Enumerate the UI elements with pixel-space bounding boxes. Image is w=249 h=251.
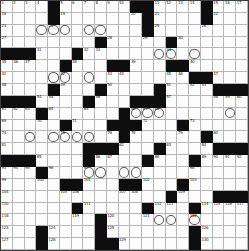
cell-15-0[interactable]: 99 bbox=[1, 179, 13, 191]
cell-3-6[interactable] bbox=[72, 37, 84, 49]
cell-16-2[interactable] bbox=[25, 191, 37, 203]
cell-1-13[interactable]: 21 bbox=[154, 13, 166, 25]
cell-2-10[interactable] bbox=[119, 25, 131, 37]
cell-1-10[interactable] bbox=[119, 13, 131, 25]
cell-17-18[interactable]: 115 bbox=[213, 203, 225, 215]
cell-0-3[interactable]: 4 bbox=[36, 1, 48, 13]
cell-7-0[interactable]: 48 bbox=[1, 84, 13, 96]
cell-6-3[interactable] bbox=[36, 72, 48, 84]
cell-19-15[interactable] bbox=[177, 226, 189, 238]
cell-19-4[interactable]: 124 bbox=[48, 226, 60, 238]
cell-6-15[interactable]: 46 bbox=[177, 72, 189, 84]
cell-9-14[interactable] bbox=[166, 108, 178, 120]
cell-18-0[interactable]: 118 bbox=[1, 214, 13, 226]
cell-3-16[interactable] bbox=[189, 37, 201, 49]
cell-19-12[interactable] bbox=[142, 226, 154, 238]
cell-0-0[interactable]: 1 bbox=[1, 1, 13, 13]
cell-6-7[interactable] bbox=[83, 72, 95, 84]
cell-13-10[interactable] bbox=[119, 155, 131, 167]
cell-5-1[interactable]: 36 bbox=[13, 60, 25, 72]
cell-10-6[interactable]: 71 bbox=[72, 120, 84, 132]
cell-0-15[interactable]: 13 bbox=[177, 1, 189, 13]
cell-1-7[interactable] bbox=[83, 13, 95, 25]
cell-3-12[interactable]: 29 bbox=[142, 37, 154, 49]
cell-10-20[interactable] bbox=[236, 120, 248, 132]
cell-16-13[interactable] bbox=[154, 191, 166, 203]
cell-3-13[interactable] bbox=[154, 37, 166, 49]
cell-5-19[interactable] bbox=[224, 60, 236, 72]
cell-13-17[interactable]: 89 bbox=[201, 155, 213, 167]
cell-9-16[interactable] bbox=[189, 108, 201, 120]
cell-14-20[interactable] bbox=[236, 167, 248, 179]
cell-11-11[interactable]: 78 bbox=[130, 131, 142, 143]
cell-2-5[interactable] bbox=[60, 25, 72, 37]
cell-1-11[interactable]: 20 bbox=[130, 13, 142, 25]
cell-8-19[interactable]: 59 bbox=[224, 96, 236, 108]
cell-20-4[interactable]: 128 bbox=[48, 238, 60, 250]
cell-18-14[interactable] bbox=[166, 214, 178, 226]
cell-15-3[interactable]: 100 bbox=[36, 179, 48, 191]
cell-13-8[interactable]: 86 bbox=[95, 155, 107, 167]
cell-10-4[interactable] bbox=[48, 120, 60, 132]
cell-20-13[interactable] bbox=[154, 238, 166, 250]
cell-9-2[interactable]: 63 bbox=[25, 108, 37, 120]
cell-17-5[interactable] bbox=[60, 203, 72, 215]
cell-11-18[interactable]: 80 bbox=[213, 131, 225, 143]
cell-14-19[interactable] bbox=[224, 167, 236, 179]
cell-9-0[interactable]: 61 bbox=[1, 108, 13, 120]
cell-0-1[interactable]: 2 bbox=[13, 1, 25, 13]
cell-17-14[interactable]: 113 bbox=[166, 203, 178, 215]
cell-17-9[interactable] bbox=[107, 203, 119, 215]
cell-1-19[interactable] bbox=[224, 13, 236, 25]
cell-17-7[interactable]: 111 bbox=[83, 203, 95, 215]
cell-15-18[interactable] bbox=[213, 179, 225, 191]
cell-2-15[interactable] bbox=[177, 25, 189, 37]
cell-6-18[interactable]: 47 bbox=[213, 72, 225, 84]
cell-3-1[interactable] bbox=[13, 37, 25, 49]
cell-4-19[interactable] bbox=[224, 48, 236, 60]
cell-4-3[interactable]: 31 bbox=[36, 48, 48, 60]
cell-20-7[interactable] bbox=[83, 238, 95, 250]
cell-3-10[interactable] bbox=[119, 37, 131, 49]
cell-15-16[interactable]: 103 bbox=[189, 179, 201, 191]
cell-6-20[interactable] bbox=[236, 72, 248, 84]
cell-2-2[interactable] bbox=[25, 25, 37, 37]
cell-8-3[interactable]: 54 bbox=[36, 96, 48, 108]
cell-11-1[interactable] bbox=[13, 131, 25, 143]
cell-2-20[interactable] bbox=[236, 25, 248, 37]
cell-0-18[interactable]: 15 bbox=[213, 1, 225, 13]
cell-19-19[interactable] bbox=[224, 226, 236, 238]
cell-14-11[interactable] bbox=[130, 167, 142, 179]
cell-13-19[interactable]: 91 bbox=[224, 155, 236, 167]
cell-1-1[interactable] bbox=[13, 13, 25, 25]
cell-4-17[interactable] bbox=[201, 48, 213, 60]
cell-5-18[interactable] bbox=[213, 60, 225, 72]
cell-4-10[interactable] bbox=[119, 48, 131, 60]
cell-10-14[interactable] bbox=[166, 120, 178, 132]
cell-10-1[interactable] bbox=[13, 120, 25, 132]
cell-1-18[interactable]: 22 bbox=[213, 13, 225, 25]
cell-16-1[interactable] bbox=[13, 191, 25, 203]
cell-14-0[interactable]: 93 bbox=[1, 167, 13, 179]
cell-19-14[interactable] bbox=[166, 226, 178, 238]
cell-20-0[interactable]: 127 bbox=[1, 238, 13, 250]
cell-20-6[interactable] bbox=[72, 238, 84, 250]
cell-7-9[interactable]: 50 bbox=[107, 84, 119, 96]
cell-5-6[interactable]: 38 bbox=[72, 60, 84, 72]
cell-16-15[interactable]: 109 bbox=[177, 191, 189, 203]
cell-7-15[interactable] bbox=[177, 84, 189, 96]
cell-7-14[interactable]: 51 bbox=[166, 84, 178, 96]
cell-20-1[interactable] bbox=[13, 238, 25, 250]
cell-8-4[interactable]: 55 bbox=[48, 96, 60, 108]
cell-20-2[interactable] bbox=[25, 238, 37, 250]
cell-15-20[interactable] bbox=[236, 179, 248, 191]
cell-3-3[interactable] bbox=[36, 37, 48, 49]
cell-2-18[interactable] bbox=[213, 25, 225, 37]
cell-7-17[interactable]: 53 bbox=[201, 84, 213, 96]
cell-3-18[interactable] bbox=[213, 37, 225, 49]
cell-19-2[interactable] bbox=[25, 226, 37, 238]
cell-18-3[interactable] bbox=[36, 214, 48, 226]
cell-8-17[interactable] bbox=[201, 96, 213, 108]
cell-15-1[interactable] bbox=[13, 179, 25, 191]
cell-19-13[interactable] bbox=[154, 226, 166, 238]
cell-8-20[interactable]: 60 bbox=[236, 96, 248, 108]
cell-5-3[interactable] bbox=[36, 60, 48, 72]
cell-15-14[interactable] bbox=[166, 179, 178, 191]
cell-8-14[interactable]: 57 bbox=[166, 96, 178, 108]
cell-19-0[interactable]: 123 bbox=[1, 226, 13, 238]
cell-15-4[interactable] bbox=[48, 179, 60, 191]
cell-8-9[interactable] bbox=[107, 96, 119, 108]
cell-3-11[interactable] bbox=[130, 37, 142, 49]
cell-6-6[interactable] bbox=[72, 72, 84, 84]
cell-3-17[interactable] bbox=[201, 37, 213, 49]
cell-17-2[interactable] bbox=[25, 203, 37, 215]
cell-16-3[interactable] bbox=[36, 191, 48, 203]
cell-10-12[interactable]: 72 bbox=[142, 120, 154, 132]
cell-11-0[interactable]: 74 bbox=[1, 131, 13, 143]
cell-0-14[interactable]: 12 bbox=[166, 1, 178, 13]
cell-14-6[interactable] bbox=[72, 167, 84, 179]
cell-0-10[interactable]: 10 bbox=[119, 1, 131, 13]
cell-9-7[interactable]: 65 bbox=[83, 108, 95, 120]
cell-9-4[interactable]: 64 bbox=[48, 108, 60, 120]
cell-5-0[interactable]: 35 bbox=[1, 60, 13, 72]
cell-7-6[interactable] bbox=[72, 84, 84, 96]
cell-19-10[interactable] bbox=[119, 226, 131, 238]
cell-5-13[interactable] bbox=[154, 60, 166, 72]
cell-6-19[interactable] bbox=[224, 72, 236, 84]
cell-13-20[interactable]: 92 bbox=[236, 155, 248, 167]
cell-8-18[interactable]: 58 bbox=[213, 96, 225, 108]
cell-15-17[interactable] bbox=[201, 179, 213, 191]
cell-8-16[interactable] bbox=[189, 96, 201, 108]
cell-3-19[interactable] bbox=[224, 37, 236, 49]
cell-5-8[interactable] bbox=[95, 60, 107, 72]
cell-18-10[interactable] bbox=[119, 214, 131, 226]
cell-18-4[interactable] bbox=[48, 214, 60, 226]
cell-17-4[interactable] bbox=[48, 203, 60, 215]
cell-15-7[interactable]: 101 bbox=[83, 179, 95, 191]
cell-15-9[interactable] bbox=[107, 179, 119, 191]
cell-10-13[interactable] bbox=[154, 120, 166, 132]
cell-12-2[interactable] bbox=[25, 143, 37, 155]
cell-0-13[interactable]: 11 bbox=[154, 1, 166, 13]
cell-15-19[interactable] bbox=[224, 179, 236, 191]
cell-14-15[interactable] bbox=[177, 167, 189, 179]
cell-13-14[interactable] bbox=[166, 155, 178, 167]
cell-7-7[interactable] bbox=[83, 84, 95, 96]
cell-7-11[interactable] bbox=[130, 84, 142, 96]
cell-10-0[interactable]: 69 bbox=[1, 120, 13, 132]
cell-5-20[interactable] bbox=[236, 60, 248, 72]
cell-3-0[interactable]: 27 bbox=[1, 37, 13, 49]
cell-17-17[interactable]: 114 bbox=[201, 203, 213, 215]
cell-13-13[interactable]: 88 bbox=[154, 155, 166, 167]
cell-0-2[interactable]: 3 bbox=[25, 1, 37, 13]
cell-2-19[interactable] bbox=[224, 25, 236, 37]
cell-17-13[interactable]: 112 bbox=[154, 203, 166, 215]
cell-10-2[interactable] bbox=[25, 120, 37, 132]
cell-4-16[interactable] bbox=[189, 48, 201, 60]
cell-20-17[interactable]: 130 bbox=[201, 238, 213, 250]
cell-14-10[interactable] bbox=[119, 167, 131, 179]
cell-5-16[interactable]: 40 bbox=[189, 60, 201, 72]
cell-11-2[interactable] bbox=[25, 131, 37, 143]
cell-6-9[interactable]: 43 bbox=[107, 72, 119, 84]
cell-20-20[interactable] bbox=[236, 238, 248, 250]
cell-12-0[interactable]: 81 bbox=[1, 143, 13, 155]
cell-19-7[interactable] bbox=[83, 226, 95, 238]
cell-1-3[interactable] bbox=[36, 13, 48, 25]
cell-1-9[interactable] bbox=[107, 13, 119, 25]
cell-2-14[interactable] bbox=[166, 25, 178, 37]
cell-14-14[interactable] bbox=[166, 167, 178, 179]
cell-11-3[interactable] bbox=[36, 131, 48, 143]
cell-9-12[interactable]: 67 bbox=[142, 108, 154, 120]
cell-11-19[interactable] bbox=[224, 131, 236, 143]
cell-20-19[interactable] bbox=[224, 238, 236, 250]
cell-4-20[interactable] bbox=[236, 48, 248, 60]
cell-3-2[interactable] bbox=[25, 37, 37, 49]
cell-18-16[interactable]: 122 bbox=[189, 214, 201, 226]
cell-19-20[interactable] bbox=[236, 226, 248, 238]
cell-10-19[interactable] bbox=[224, 120, 236, 132]
cell-6-5[interactable]: 42 bbox=[60, 72, 72, 84]
cell-8-15[interactable] bbox=[177, 96, 189, 108]
cell-14-8[interactable] bbox=[95, 167, 107, 179]
cell-5-7[interactable] bbox=[83, 60, 95, 72]
cell-9-9[interactable] bbox=[107, 108, 119, 120]
cell-15-13[interactable] bbox=[154, 179, 166, 191]
cell-9-20[interactable] bbox=[236, 108, 248, 120]
cell-8-8[interactable]: 56 bbox=[95, 96, 107, 108]
cell-5-2[interactable]: 37 bbox=[25, 60, 37, 72]
cell-4-11[interactable] bbox=[130, 48, 142, 60]
cell-17-1[interactable] bbox=[13, 203, 25, 215]
cell-17-19[interactable]: 116 bbox=[224, 203, 236, 215]
cell-20-14[interactable] bbox=[166, 238, 178, 250]
cell-0-9[interactable]: 9 bbox=[107, 1, 119, 13]
cell-9-11[interactable]: 66 bbox=[130, 108, 142, 120]
cell-13-18[interactable]: 90 bbox=[213, 155, 225, 167]
cell-18-20[interactable] bbox=[236, 214, 248, 226]
cell-12-5[interactable] bbox=[60, 143, 72, 155]
cell-18-9[interactable]: 120 bbox=[107, 214, 119, 226]
cell-18-12[interactable]: 121 bbox=[142, 214, 154, 226]
cell-19-18[interactable] bbox=[213, 226, 225, 238]
cell-18-17[interactable] bbox=[201, 214, 213, 226]
cell-4-7[interactable]: 32 bbox=[83, 48, 95, 60]
cell-18-1[interactable] bbox=[13, 214, 25, 226]
cell-2-1[interactable] bbox=[13, 25, 25, 37]
cell-12-14[interactable]: 83 bbox=[166, 143, 178, 155]
cell-11-12[interactable] bbox=[142, 131, 154, 143]
cell-16-16[interactable] bbox=[189, 191, 201, 203]
cell-14-1[interactable]: 94 bbox=[13, 167, 25, 179]
cell-10-17[interactable] bbox=[201, 120, 213, 132]
cell-0-7[interactable]: 7 bbox=[83, 1, 95, 13]
cell-1-6[interactable] bbox=[72, 13, 84, 25]
cell-3-7[interactable] bbox=[83, 37, 95, 49]
cell-19-9[interactable]: 125 bbox=[107, 226, 119, 238]
cell-8-10[interactable] bbox=[119, 96, 131, 108]
cell-19-11[interactable] bbox=[130, 226, 142, 238]
cell-2-4[interactable]: 24 bbox=[48, 25, 60, 37]
cell-18-18[interactable] bbox=[213, 214, 225, 226]
cell-20-10[interactable]: 129 bbox=[119, 238, 131, 250]
cell-2-16[interactable] bbox=[189, 25, 201, 37]
cell-6-4[interactable] bbox=[48, 72, 60, 84]
cell-12-16[interactable] bbox=[189, 143, 201, 155]
cell-13-6[interactable] bbox=[72, 155, 84, 167]
cell-1-8[interactable] bbox=[95, 13, 107, 25]
cell-16-0[interactable]: 104 bbox=[1, 191, 13, 203]
cell-20-15[interactable] bbox=[177, 238, 189, 250]
cell-14-2[interactable]: 95 bbox=[25, 167, 37, 179]
cell-15-2[interactable] bbox=[25, 179, 37, 191]
cell-14-18[interactable] bbox=[213, 167, 225, 179]
cell-20-11[interactable] bbox=[130, 238, 142, 250]
cell-0-5[interactable]: 5 bbox=[60, 1, 72, 13]
cell-10-18[interactable] bbox=[213, 120, 225, 132]
cell-14-7[interactable]: 97 bbox=[83, 167, 95, 179]
cell-16-5[interactable]: 105 bbox=[60, 191, 72, 203]
cell-10-3[interactable]: 70 bbox=[36, 120, 48, 132]
cell-14-4[interactable]: 96 bbox=[48, 167, 60, 179]
cell-18-13[interactable] bbox=[154, 214, 166, 226]
cell-20-18[interactable] bbox=[213, 238, 225, 250]
cell-14-16[interactable]: 98 bbox=[189, 167, 201, 179]
cell-1-20[interactable] bbox=[236, 13, 248, 25]
cell-14-13[interactable] bbox=[154, 167, 166, 179]
cell-9-5[interactable] bbox=[60, 108, 72, 120]
cell-0-19[interactable]: 16 bbox=[224, 1, 236, 13]
cell-2-8[interactable] bbox=[95, 25, 107, 37]
cell-16-17[interactable] bbox=[201, 191, 213, 203]
cell-17-3[interactable] bbox=[36, 203, 48, 215]
cell-2-11[interactable] bbox=[130, 25, 142, 37]
cell-0-6[interactable]: 6 bbox=[72, 1, 84, 13]
cell-4-5[interactable] bbox=[60, 48, 72, 60]
cell-7-1[interactable] bbox=[13, 84, 25, 96]
cell-16-12[interactable] bbox=[142, 191, 154, 203]
cell-2-3[interactable] bbox=[36, 25, 48, 37]
cell-6-8[interactable] bbox=[95, 72, 107, 84]
cell-3-20[interactable] bbox=[236, 37, 248, 49]
cell-0-20[interactable]: 17 bbox=[236, 1, 248, 13]
cell-16-4[interactable] bbox=[48, 191, 60, 203]
cell-14-12[interactable] bbox=[142, 167, 154, 179]
cell-11-14[interactable] bbox=[166, 131, 178, 143]
cell-3-4[interactable] bbox=[48, 37, 60, 49]
cell-17-0[interactable]: 110 bbox=[1, 203, 13, 215]
cell-0-8[interactable]: 8 bbox=[95, 1, 107, 13]
cell-10-16[interactable]: 73 bbox=[189, 120, 201, 132]
cell-16-6[interactable]: 106 bbox=[72, 191, 84, 203]
cell-17-11[interactable] bbox=[130, 203, 142, 215]
cell-18-2[interactable] bbox=[25, 214, 37, 226]
cell-6-13[interactable] bbox=[154, 72, 166, 84]
cell-12-4[interactable] bbox=[48, 143, 60, 155]
cell-5-12[interactable] bbox=[142, 60, 154, 72]
cell-20-5[interactable] bbox=[60, 238, 72, 250]
cell-12-6[interactable] bbox=[72, 143, 84, 155]
cell-4-18[interactable] bbox=[213, 48, 225, 60]
cell-11-5[interactable]: 75 bbox=[60, 131, 72, 143]
cell-1-2[interactable] bbox=[25, 13, 37, 25]
cell-18-7[interactable] bbox=[83, 214, 95, 226]
cell-3-5[interactable] bbox=[60, 37, 72, 49]
cell-14-17[interactable] bbox=[201, 167, 213, 179]
cell-16-9[interactable] bbox=[107, 191, 119, 203]
cell-16-8[interactable] bbox=[95, 191, 107, 203]
cell-12-12[interactable] bbox=[142, 143, 154, 155]
cell-13-9[interactable]: 87 bbox=[107, 155, 119, 167]
cell-4-8[interactable]: 33 bbox=[95, 48, 107, 60]
cell-6-0[interactable]: 41 bbox=[1, 72, 13, 84]
cell-11-9[interactable]: 76 bbox=[107, 131, 119, 143]
cell-19-5[interactable] bbox=[60, 226, 72, 238]
cell-11-15[interactable]: 79 bbox=[177, 131, 189, 143]
cell-4-14[interactable]: 34 bbox=[166, 48, 178, 60]
cell-3-15[interactable]: 30 bbox=[177, 37, 189, 49]
cell-7-10[interactable] bbox=[119, 84, 131, 96]
cell-5-11[interactable]: 39 bbox=[130, 60, 142, 72]
cell-16-11[interactable]: 108 bbox=[130, 191, 142, 203]
cell-11-8[interactable] bbox=[95, 131, 107, 143]
cell-11-13[interactable] bbox=[154, 131, 166, 143]
cell-8-5[interactable] bbox=[60, 96, 72, 108]
cell-17-20[interactable]: 117 bbox=[236, 203, 248, 215]
cell-5-4[interactable] bbox=[48, 60, 60, 72]
cell-17-10[interactable] bbox=[119, 203, 131, 215]
cell-19-1[interactable] bbox=[13, 226, 25, 238]
cell-12-15[interactable] bbox=[177, 143, 189, 155]
cell-9-18[interactable] bbox=[213, 108, 225, 120]
cell-8-6[interactable] bbox=[72, 96, 84, 108]
cell-4-9[interactable] bbox=[107, 48, 119, 60]
cell-1-15[interactable] bbox=[177, 13, 189, 25]
cell-10-7[interactable] bbox=[83, 120, 95, 132]
cell-4-4[interactable] bbox=[48, 48, 60, 60]
cell-15-8[interactable] bbox=[95, 179, 107, 191]
cell-6-12[interactable] bbox=[142, 72, 154, 84]
